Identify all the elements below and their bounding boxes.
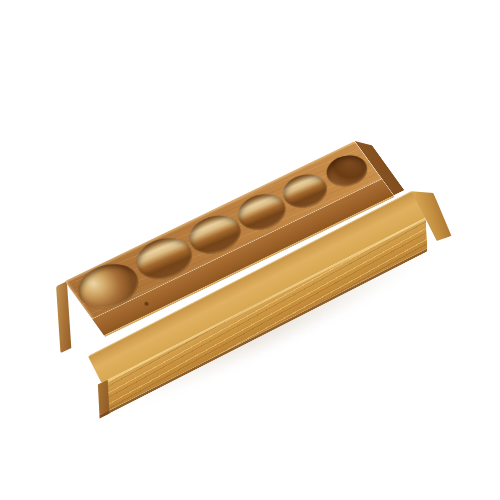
wood-knot-dot (144, 301, 150, 306)
product-photo-canvas (0, 0, 500, 500)
tray-left-end-face (98, 380, 110, 419)
lid-left-end-face (56, 281, 71, 353)
